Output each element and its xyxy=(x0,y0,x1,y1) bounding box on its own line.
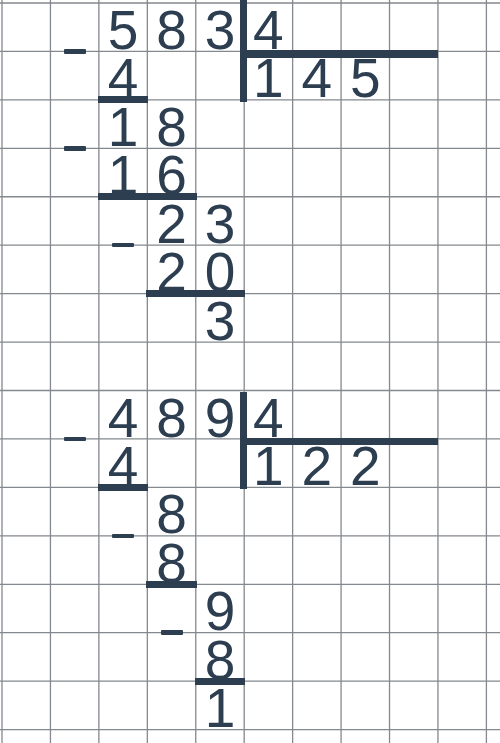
division-bracket-horizontal-shelf xyxy=(240,438,438,446)
digit-cell: 1 xyxy=(244,441,292,489)
digit-cell: 2 xyxy=(341,441,389,489)
subtraction-underline xyxy=(146,290,245,297)
digit-cell: 1 xyxy=(99,151,147,199)
notebook-grid-lines xyxy=(0,0,500,743)
digit-cell: 2 xyxy=(147,248,195,296)
digit-cell: 1 xyxy=(196,684,244,732)
minus-sign xyxy=(64,49,86,54)
digit-cell: 4 xyxy=(99,441,147,489)
subtraction-underline xyxy=(98,193,197,200)
subtraction-underline xyxy=(195,678,245,685)
squared-paper-worksheet: 583441451816232034894412288981 xyxy=(0,0,500,743)
digit-cell: 2 xyxy=(293,441,341,489)
minus-sign xyxy=(112,534,134,539)
digit-cell: 3 xyxy=(196,6,244,54)
digit-cell: 8 xyxy=(147,538,195,586)
digit-cell: 1 xyxy=(244,54,292,102)
minus-sign xyxy=(64,146,86,151)
division-bracket-horizontal-shelf xyxy=(240,50,438,58)
minus-sign xyxy=(64,437,86,442)
minus-sign xyxy=(112,243,134,248)
subtraction-underline xyxy=(98,484,148,491)
subtraction-underline xyxy=(98,96,148,103)
digit-cell: 9 xyxy=(196,393,244,441)
digit-cell: 8 xyxy=(147,6,195,54)
minus-sign xyxy=(161,630,183,635)
digit-cell: 4 xyxy=(293,54,341,102)
subtraction-underline xyxy=(146,581,196,588)
digit-cell: 8 xyxy=(147,393,195,441)
digit-cell: 3 xyxy=(196,296,244,344)
digit-cell: 5 xyxy=(341,54,389,102)
